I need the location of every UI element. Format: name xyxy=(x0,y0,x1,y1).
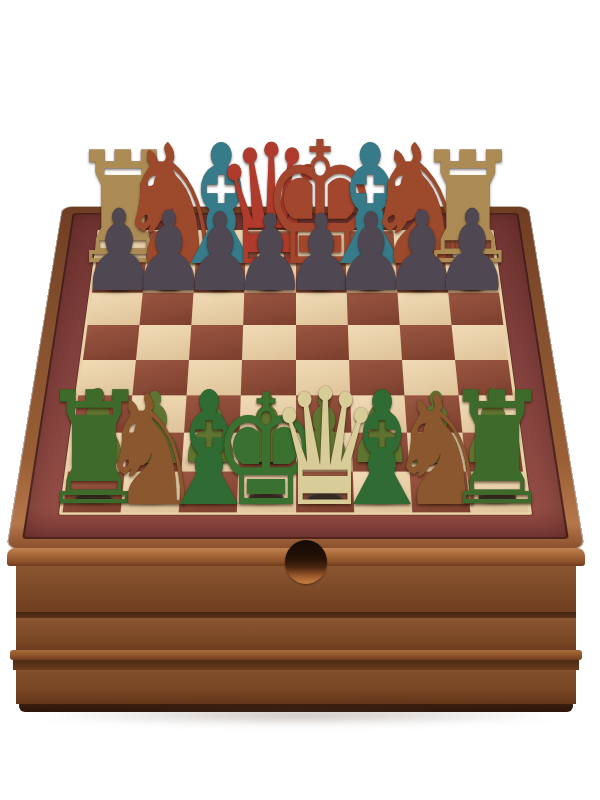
square-c5[interactable] xyxy=(189,325,243,359)
square-g5[interactable] xyxy=(399,325,454,359)
chess-set-photo: ♜♞♝♛♚♝♞♜♟♟♟♟♟♟♟♟♟♟♟♟♟♟♟♟♜♞♝♚♛♝♞♜ xyxy=(0,0,600,800)
square-h5[interactable] xyxy=(451,325,508,359)
box-base-band xyxy=(16,670,576,704)
square-b5[interactable] xyxy=(136,325,191,359)
box-shadow xyxy=(28,706,568,724)
greenwood-tree-rook-glyph: ♜ xyxy=(443,372,552,528)
box-groove xyxy=(13,660,579,670)
box-side-band xyxy=(16,618,576,650)
square-a5[interactable] xyxy=(83,325,140,359)
man-at-arms-pawn-with-red-shield-glyph: ♟ xyxy=(433,196,512,309)
box-molding-step xyxy=(10,650,582,660)
front-drawer-notch[interactable] xyxy=(285,540,327,584)
